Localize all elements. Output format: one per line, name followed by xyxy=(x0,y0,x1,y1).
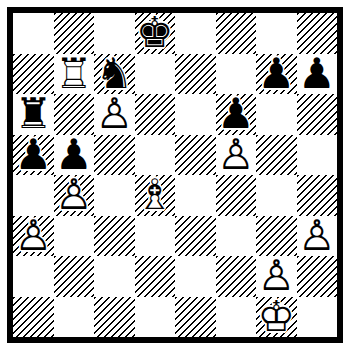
white-rook-piece: ♜♖ xyxy=(54,54,95,95)
square-e5[interactable] xyxy=(175,135,216,176)
square-b5[interactable]: ♟ xyxy=(54,135,95,176)
square-g4[interactable] xyxy=(256,175,297,216)
square-g1[interactable]: ♚♔ xyxy=(256,297,297,338)
square-f2[interactable] xyxy=(216,256,257,297)
black-pawn-glyph-icon: ♟ xyxy=(256,54,297,95)
square-a7[interactable] xyxy=(13,54,54,95)
square-e3[interactable] xyxy=(175,216,216,257)
square-g2[interactable]: ♟♙ xyxy=(256,256,297,297)
black-king-piece: ♚ xyxy=(135,13,176,54)
square-g3[interactable] xyxy=(256,216,297,257)
square-d2[interactable] xyxy=(135,256,176,297)
square-d4[interactable]: ♝♗ xyxy=(135,175,176,216)
square-h4[interactable] xyxy=(297,175,338,216)
square-f7[interactable] xyxy=(216,54,257,95)
white-pawn-piece: ♟♙ xyxy=(256,256,297,297)
square-c8[interactable] xyxy=(94,13,135,54)
square-b3[interactable] xyxy=(54,216,95,257)
square-h6[interactable] xyxy=(297,94,338,135)
square-e8[interactable] xyxy=(175,13,216,54)
square-a4[interactable] xyxy=(13,175,54,216)
white-pawn-glyph-icon: ♙ xyxy=(256,256,297,297)
square-a2[interactable] xyxy=(13,256,54,297)
square-d7[interactable] xyxy=(135,54,176,95)
square-h2[interactable] xyxy=(297,256,338,297)
square-h8[interactable] xyxy=(297,13,338,54)
board-frame: ♚♜♖♞♟♟♜♟♙♟♟♟♟♙♟♙♝♗♟♙♟♙♟♙♚♔ xyxy=(7,7,343,343)
white-pawn-glyph-icon: ♙ xyxy=(13,216,54,257)
square-b8[interactable] xyxy=(54,13,95,54)
square-d8[interactable]: ♚ xyxy=(135,13,176,54)
square-c1[interactable] xyxy=(94,297,135,338)
white-rook-glyph-icon: ♖ xyxy=(54,54,95,95)
square-f6[interactable]: ♟ xyxy=(216,94,257,135)
square-e7[interactable] xyxy=(175,54,216,95)
black-rook-glyph-icon: ♜ xyxy=(13,94,54,135)
white-pawn-piece: ♟♙ xyxy=(216,135,257,176)
square-a8[interactable] xyxy=(13,13,54,54)
square-f8[interactable] xyxy=(216,13,257,54)
square-f1[interactable] xyxy=(216,297,257,338)
square-c3[interactable] xyxy=(94,216,135,257)
white-bishop-piece: ♝♗ xyxy=(135,175,176,216)
square-d3[interactable] xyxy=(135,216,176,257)
square-c7[interactable]: ♞ xyxy=(94,54,135,95)
square-b4[interactable]: ♟♙ xyxy=(54,175,95,216)
square-d1[interactable] xyxy=(135,297,176,338)
black-rook-piece: ♜ xyxy=(13,94,54,135)
square-e1[interactable] xyxy=(175,297,216,338)
square-d5[interactable] xyxy=(135,135,176,176)
square-e4[interactable] xyxy=(175,175,216,216)
black-pawn-piece: ♟ xyxy=(216,94,257,135)
square-h3[interactable]: ♟♙ xyxy=(297,216,338,257)
black-pawn-glyph-icon: ♟ xyxy=(216,94,257,135)
square-a6[interactable]: ♜ xyxy=(13,94,54,135)
black-pawn-glyph-icon: ♟ xyxy=(54,135,95,176)
square-e2[interactable] xyxy=(175,256,216,297)
black-pawn-piece: ♟ xyxy=(297,54,338,95)
white-king-piece: ♚♔ xyxy=(256,297,297,338)
black-king-glyph-icon: ♚ xyxy=(135,13,176,54)
black-pawn-glyph-icon: ♟ xyxy=(13,135,54,176)
square-g8[interactable] xyxy=(256,13,297,54)
white-pawn-glyph-icon: ♙ xyxy=(297,216,338,257)
square-d6[interactable] xyxy=(135,94,176,135)
white-pawn-piece: ♟♙ xyxy=(54,175,95,216)
white-pawn-glyph-icon: ♙ xyxy=(54,175,95,216)
square-a3[interactable]: ♟♙ xyxy=(13,216,54,257)
chess-board: ♚♜♖♞♟♟♜♟♙♟♟♟♟♙♟♙♝♗♟♙♟♙♟♙♚♔ xyxy=(13,13,337,337)
white-pawn-glyph-icon: ♙ xyxy=(94,94,135,135)
square-c5[interactable] xyxy=(94,135,135,176)
square-b6[interactable] xyxy=(54,94,95,135)
square-a1[interactable] xyxy=(13,297,54,338)
square-h5[interactable] xyxy=(297,135,338,176)
chess-diagram-page: ♚♜♖♞♟♟♜♟♙♟♟♟♟♙♟♙♝♗♟♙♟♙♟♙♚♔ xyxy=(0,0,350,350)
square-c4[interactable] xyxy=(94,175,135,216)
black-pawn-glyph-icon: ♟ xyxy=(297,54,338,95)
square-g5[interactable] xyxy=(256,135,297,176)
square-h7[interactable]: ♟ xyxy=(297,54,338,95)
white-pawn-glyph-icon: ♙ xyxy=(216,135,257,176)
square-c6[interactable]: ♟♙ xyxy=(94,94,135,135)
square-e6[interactable] xyxy=(175,94,216,135)
square-f4[interactable] xyxy=(216,175,257,216)
white-king-glyph-icon: ♔ xyxy=(256,297,297,338)
black-knight-glyph-icon: ♞ xyxy=(94,54,135,95)
white-pawn-piece: ♟♙ xyxy=(297,216,338,257)
white-pawn-piece: ♟♙ xyxy=(13,216,54,257)
square-c2[interactable] xyxy=(94,256,135,297)
white-pawn-piece: ♟♙ xyxy=(94,94,135,135)
black-pawn-piece: ♟ xyxy=(54,135,95,176)
square-b7[interactable]: ♜♖ xyxy=(54,54,95,95)
square-b1[interactable] xyxy=(54,297,95,338)
square-g7[interactable]: ♟ xyxy=(256,54,297,95)
square-b2[interactable] xyxy=(54,256,95,297)
black-pawn-piece: ♟ xyxy=(256,54,297,95)
square-a5[interactable]: ♟ xyxy=(13,135,54,176)
white-bishop-glyph-icon: ♗ xyxy=(135,175,176,216)
square-f5[interactable]: ♟♙ xyxy=(216,135,257,176)
black-pawn-piece: ♟ xyxy=(13,135,54,176)
square-g6[interactable] xyxy=(256,94,297,135)
square-f3[interactable] xyxy=(216,216,257,257)
black-knight-piece: ♞ xyxy=(94,54,135,95)
square-h1[interactable] xyxy=(297,297,338,338)
